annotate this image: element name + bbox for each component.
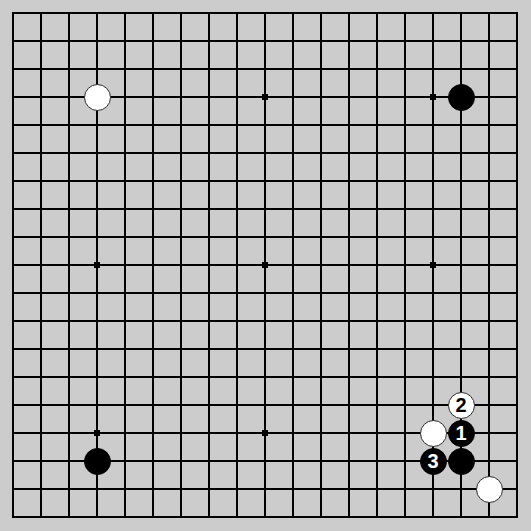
board-cell [350,462,378,490]
board-cell [294,70,322,98]
board-cell [98,154,126,182]
board-cell [490,322,518,350]
board-cell [406,378,434,406]
board-cell [70,294,98,322]
board-cell [462,126,490,154]
board-cell [406,490,434,518]
board-cell [406,126,434,154]
board-cell [98,238,126,266]
board-cell [462,238,490,266]
board-cell [266,42,294,70]
board-cell [14,378,42,406]
board-cell [378,14,406,42]
board-cell [182,490,210,518]
board-cell [182,322,210,350]
board-cell [210,210,238,238]
board-cell [126,70,154,98]
board-cell [266,182,294,210]
board-cell [378,434,406,462]
stone-black[interactable] [84,448,111,475]
board-cell [434,350,462,378]
board-cell [14,322,42,350]
board-cell [406,266,434,294]
board-cell [70,210,98,238]
board-cell [322,434,350,462]
board-cell [266,210,294,238]
board-cell [42,238,70,266]
board-cell [266,266,294,294]
stone-white[interactable] [420,420,447,447]
board-cell [154,182,182,210]
board-cell [266,378,294,406]
board-cell [42,434,70,462]
board-cell [294,42,322,70]
board-cell [294,154,322,182]
board-cell [378,322,406,350]
board-cell [154,406,182,434]
board-cell [126,154,154,182]
board-cell [70,182,98,210]
board-cell [182,98,210,126]
board-cell [210,42,238,70]
board-cell [266,434,294,462]
board-cell [154,350,182,378]
board-cell [126,350,154,378]
board-cell [434,294,462,322]
board-cell [266,294,294,322]
board-cell [154,154,182,182]
board-cell [434,182,462,210]
board-cell [70,154,98,182]
board-cell [294,294,322,322]
board-cell [42,98,70,126]
board-cell [238,154,266,182]
board-cell [210,182,238,210]
board-cell [238,490,266,518]
board-cell [154,462,182,490]
board-cell [126,182,154,210]
board-cell [490,70,518,98]
board-cell [154,238,182,266]
board-cell [322,126,350,154]
star-point [262,430,268,436]
board-cell [406,98,434,126]
board-cell [266,322,294,350]
board-cell [406,294,434,322]
board-cell [154,126,182,154]
board-cell [350,98,378,126]
board-cell [322,378,350,406]
board-cell [126,434,154,462]
board-cell [490,294,518,322]
board-cell [490,154,518,182]
board-cell [98,14,126,42]
board-cell [42,154,70,182]
board-cell [42,182,70,210]
board-cell [434,14,462,42]
board-cell [238,266,266,294]
board-cell [350,266,378,294]
board-cell [322,70,350,98]
board-cell [490,434,518,462]
move-number-label: 3 [427,451,438,471]
board-cell [210,406,238,434]
board-cell [126,14,154,42]
board-cell [266,462,294,490]
board-cell [182,42,210,70]
board-cell [98,490,126,518]
board-cell [126,238,154,266]
board-cell [154,42,182,70]
board-cell [70,126,98,154]
board-cell [294,350,322,378]
board-cell [14,182,42,210]
board-cell [14,70,42,98]
board-cell [266,14,294,42]
board-cell [294,266,322,294]
board-cell [322,42,350,70]
board-cell [14,154,42,182]
board-cell [70,490,98,518]
board-cell [378,406,406,434]
board-cell [238,42,266,70]
board-cell [70,378,98,406]
board-cell [98,182,126,210]
board-cell [490,98,518,126]
board-cell [210,14,238,42]
board-cell [378,266,406,294]
board-cell [350,490,378,518]
board-cell [126,462,154,490]
board-cell [42,462,70,490]
board-cell [210,238,238,266]
board-cell [182,238,210,266]
board-cell [98,322,126,350]
board-cell [42,70,70,98]
board-cell [294,378,322,406]
board-cell [182,406,210,434]
board-cell [322,406,350,434]
board-cell [154,266,182,294]
board-cell [42,126,70,154]
board-cell [350,406,378,434]
board-cell [210,462,238,490]
board-cell [126,126,154,154]
board-cell [98,42,126,70]
board-cell [490,126,518,154]
board-cell [322,210,350,238]
board-cell [98,210,126,238]
board-cell [210,294,238,322]
move-number-label: 2 [455,395,466,415]
board-cell [42,14,70,42]
board-cell [294,406,322,434]
board-cell [14,210,42,238]
board-cell [434,126,462,154]
star-point [94,430,100,436]
board-cell [238,434,266,462]
star-point [94,262,100,268]
board-cell [462,350,490,378]
board-cell [462,14,490,42]
board-cell [322,98,350,126]
board-cell [126,294,154,322]
star-point [430,262,436,268]
board-cell [238,322,266,350]
board-cell [434,490,462,518]
board-cell [350,378,378,406]
board-cell [434,322,462,350]
board-cell [406,210,434,238]
board-cell [126,490,154,518]
board-cell [406,350,434,378]
board-cell [98,294,126,322]
board-cell [462,42,490,70]
board-cell [14,14,42,42]
stone-black[interactable] [448,84,475,111]
board-cell [182,434,210,462]
board-cell [266,70,294,98]
board-cell [14,434,42,462]
board-cell [182,14,210,42]
board-cell [294,126,322,154]
star-point [430,94,436,100]
stone-black-move-1[interactable]: 1 [448,420,475,447]
board-cell [378,490,406,518]
board-cell [378,350,406,378]
stone-white[interactable] [476,476,503,503]
board-cell [182,154,210,182]
board-cell [406,14,434,42]
board-cell [294,98,322,126]
board-cell [350,126,378,154]
board-cell [350,238,378,266]
board-cell [322,266,350,294]
board-cell [266,98,294,126]
board-cell [378,98,406,126]
star-point [262,262,268,268]
board-cell [350,154,378,182]
board-cell [42,266,70,294]
board-cell [378,42,406,70]
board-cell [70,322,98,350]
board-cell [322,322,350,350]
board-cell [294,238,322,266]
board-cell [126,406,154,434]
board-cell [154,14,182,42]
board-cell [42,350,70,378]
board-cell [98,378,126,406]
board-cell [266,406,294,434]
board-cell [42,42,70,70]
board-cell [490,182,518,210]
board-cell [322,238,350,266]
board-cell [378,154,406,182]
board-cell [322,294,350,322]
stone-white[interactable] [84,84,111,111]
board-cell [434,266,462,294]
board-cell [42,490,70,518]
board-cell [238,350,266,378]
board-cell [126,378,154,406]
board-cell [70,42,98,70]
board-cell [42,406,70,434]
board-cell [434,238,462,266]
move-number-label: 1 [455,423,466,443]
board-cell [322,182,350,210]
board-cell [210,322,238,350]
board-cell [70,14,98,42]
board-cell [210,98,238,126]
board-cell [70,350,98,378]
board-cell [378,238,406,266]
board-cell [266,238,294,266]
board-cell [462,322,490,350]
board-cell [490,378,518,406]
board-cell [42,210,70,238]
board-cell [294,434,322,462]
board-cell [14,406,42,434]
stone-black-move-3[interactable]: 3 [420,448,447,475]
board-cell [154,490,182,518]
board-cell [266,126,294,154]
board-cell [350,294,378,322]
board-cell [154,322,182,350]
board-cell [490,14,518,42]
board-cell [126,42,154,70]
board-cell [294,322,322,350]
board-cell [210,126,238,154]
board-cell [14,238,42,266]
board-cell [350,182,378,210]
board-cell [98,350,126,378]
board-cell [14,266,42,294]
board-cell [462,210,490,238]
board-cell [14,350,42,378]
board-cell [126,322,154,350]
board-cell [154,70,182,98]
board-cell [490,406,518,434]
board-cell [210,350,238,378]
board-cell [350,42,378,70]
board-cell [14,126,42,154]
board-cell [154,434,182,462]
board-cell [14,490,42,518]
board-cell [462,182,490,210]
board-cell [490,350,518,378]
board-cell [462,154,490,182]
board-cell [434,42,462,70]
board-cell [14,462,42,490]
board-cell [490,210,518,238]
board-cell [294,462,322,490]
board-cell [378,462,406,490]
board-cell [98,406,126,434]
board-cell [266,490,294,518]
board-cell [462,266,490,294]
board-cell [294,490,322,518]
board-cell [238,294,266,322]
board-cell [406,182,434,210]
board-cell [238,378,266,406]
board-cell [126,266,154,294]
board-cell [350,322,378,350]
board-cell [182,266,210,294]
board-cell [378,210,406,238]
board-cell [378,182,406,210]
board-cell [126,98,154,126]
board-cell [154,98,182,126]
board-cell [98,126,126,154]
board-cell [182,70,210,98]
board-cell [238,182,266,210]
board-cell [70,266,98,294]
board-cell [266,350,294,378]
board-cell [182,210,210,238]
board-cell [238,126,266,154]
board-cell [154,378,182,406]
board-cell [238,14,266,42]
board-cell [126,210,154,238]
go-diagram-screen: 213 [0,0,531,531]
board-cell [322,490,350,518]
board-cell [294,182,322,210]
board-cell [182,378,210,406]
board-cell [14,294,42,322]
board-cell [154,294,182,322]
stone-white-move-2[interactable]: 2 [448,392,475,419]
board-cell [182,182,210,210]
board-cell [154,210,182,238]
board-cell [434,154,462,182]
board-cell [490,238,518,266]
board-cell [210,154,238,182]
board-cell [294,14,322,42]
board-cell [238,462,266,490]
board-cell [350,350,378,378]
board-cell [238,98,266,126]
board-cell [210,490,238,518]
board-cell [238,210,266,238]
board-cell [322,14,350,42]
board-cell [350,434,378,462]
board-cell [350,210,378,238]
board-cell [350,14,378,42]
board-cell [406,322,434,350]
board-cell [322,154,350,182]
board-cell [378,378,406,406]
stone-black[interactable] [448,448,475,475]
board-cell [322,462,350,490]
board-cell [182,350,210,378]
board-cell [406,154,434,182]
board-cell [462,294,490,322]
board-cell [378,294,406,322]
board-cell [490,266,518,294]
board-cell [378,70,406,98]
board-cell [42,294,70,322]
board-cell [322,350,350,378]
star-point [262,94,268,100]
board-cell [350,70,378,98]
board-cell [210,434,238,462]
board-cell [434,210,462,238]
board-cell [14,42,42,70]
board-cell [42,378,70,406]
board-cell [378,126,406,154]
board-cell [42,322,70,350]
board-cell [210,266,238,294]
